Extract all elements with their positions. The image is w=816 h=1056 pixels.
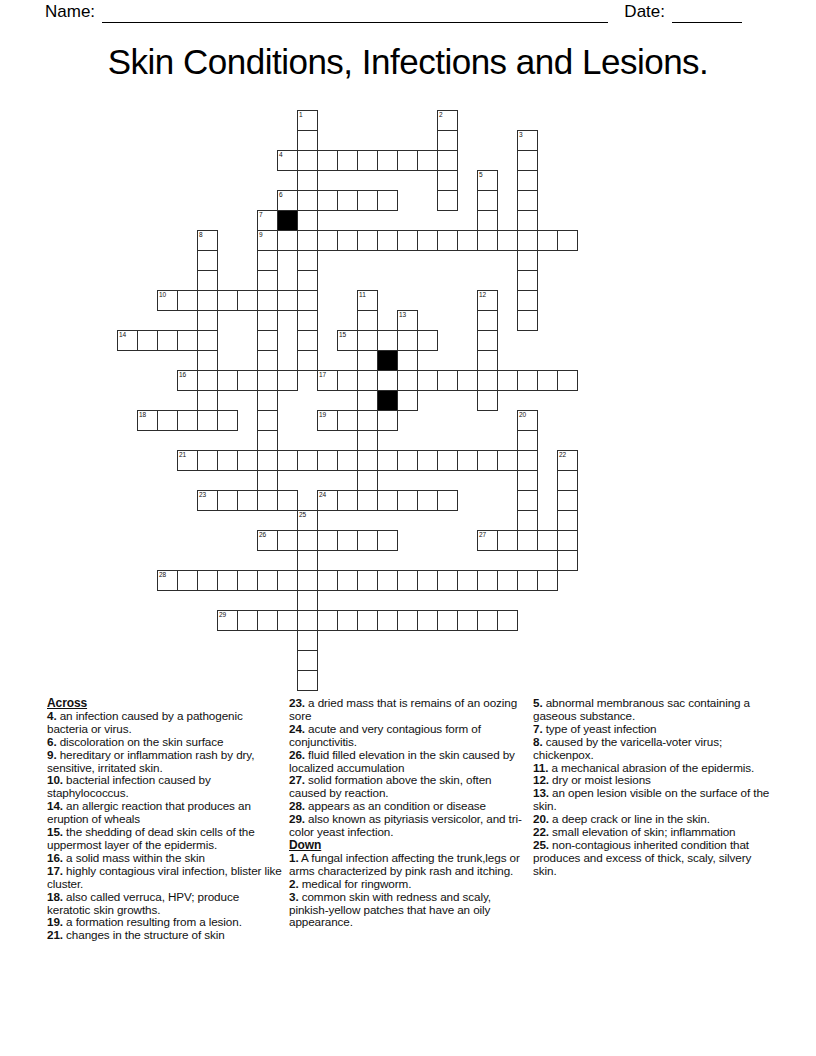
grid-cell-r13c20[interactable]: [517, 370, 538, 391]
clue-number-9: 9: [259, 231, 263, 238]
grid-cell-r24c9[interactable]: [297, 590, 318, 611]
grid-cell-r11c7[interactable]: [257, 330, 278, 351]
grid-cell-r25c10[interactable]: [317, 610, 338, 631]
grid-cell-r1c16[interactable]: [437, 130, 458, 151]
grid-cell-r17c11[interactable]: [337, 450, 358, 471]
grid-cell-r4c12[interactable]: [357, 190, 378, 211]
clue-across-16: 16. a solid mass within the skin: [47, 852, 285, 865]
grid-cell-r11c9[interactable]: [297, 330, 318, 351]
grid-cell-r19c10[interactable]: 24: [317, 490, 338, 511]
grid-cell-r12c14[interactable]: [397, 350, 418, 371]
grid-cell-r16c20[interactable]: [517, 430, 538, 451]
grid-cell-r0c16[interactable]: 2: [437, 110, 458, 131]
grid-cell-r15c7[interactable]: [257, 410, 278, 431]
grid-cell-r9c12[interactable]: 11: [357, 290, 378, 311]
grid-cell-r14c14[interactable]: [397, 390, 418, 411]
grid-cell-r25c6[interactable]: [237, 610, 258, 631]
grid-cell-r12c4[interactable]: [197, 350, 218, 371]
grid-cell-r19c13[interactable]: [377, 490, 398, 511]
down-header: Down: [289, 839, 527, 852]
grid-cell-r17c5[interactable]: [217, 450, 238, 471]
grid-cell-r5c18[interactable]: [477, 210, 498, 231]
grid-cell-r23c7[interactable]: [257, 570, 278, 591]
clue-number-14: 14: [119, 331, 126, 338]
grid-cell-r6c20[interactable]: [517, 230, 538, 251]
grid-cell-r2c13[interactable]: [377, 150, 398, 171]
grid-cell-r21c22[interactable]: [557, 530, 578, 551]
grid-cell-r17c12[interactable]: [357, 450, 378, 471]
grid-cell-r23c13[interactable]: [377, 570, 398, 591]
grid-cell-r11c0[interactable]: 14: [117, 330, 138, 351]
worksheet-header: Name: Date:: [45, 2, 742, 23]
grid-cell-r22c9[interactable]: [297, 550, 318, 571]
clue-number-4: 4: [279, 151, 283, 158]
grid-cell-r3c18[interactable]: 5: [477, 170, 498, 191]
grid-cell-r5c9[interactable]: [297, 210, 318, 231]
grid-cell-r15c13[interactable]: [377, 410, 398, 431]
clue-number-17: 17: [319, 371, 326, 378]
grid-cell-r23c6[interactable]: [237, 570, 258, 591]
grid-cell-r19c14[interactable]: [397, 490, 418, 511]
grid-cell-r6c11[interactable]: [337, 230, 358, 251]
grid-cell-r13c10[interactable]: 17: [317, 370, 338, 391]
grid-cell-r11c4[interactable]: [197, 330, 218, 351]
clue-across-21: 21. changes in the structure of skin: [47, 929, 285, 942]
grid-cell-r6c17[interactable]: [457, 230, 478, 251]
clue-down-3: 3. common skin with redness and scaly, p…: [289, 891, 527, 930]
grid-cell-r4c20[interactable]: [517, 190, 538, 211]
grid-cell-r6c22[interactable]: [557, 230, 578, 251]
clue-number-13: 13: [399, 311, 406, 318]
grid-cell-r10c12[interactable]: [357, 310, 378, 331]
grid-cell-r14c18[interactable]: [477, 390, 498, 411]
grid-cell-r19c4[interactable]: 23: [197, 490, 218, 511]
grid-cell-r13c22[interactable]: [557, 370, 578, 391]
grid-cell-r17c17[interactable]: [457, 450, 478, 471]
clue-number-1: 1: [299, 111, 303, 118]
clue-number-7: 7: [259, 211, 263, 218]
grid-cell-r21c9[interactable]: [297, 530, 318, 551]
grid-cell-r25c18[interactable]: [477, 610, 498, 631]
grid-cell-r20c9[interactable]: 25: [297, 510, 318, 531]
grid-cell-r17c22[interactable]: 22: [557, 450, 578, 471]
grid-cell-r13c3[interactable]: 16: [177, 370, 198, 391]
across-header: Across: [47, 697, 285, 710]
grid-cell-r11c14[interactable]: [397, 330, 418, 351]
grid-cell-r25c19[interactable]: [497, 610, 518, 631]
grid-cell-r15c4[interactable]: [197, 410, 218, 431]
grid-cell-r13c16[interactable]: [437, 370, 458, 391]
grid-cell-r17c18[interactable]: [477, 450, 498, 471]
grid-cell-r21c12[interactable]: [357, 530, 378, 551]
grid-cell-r25c16[interactable]: [437, 610, 458, 631]
grid-cell-r25c11[interactable]: [337, 610, 358, 631]
grid-cell-r11c12[interactable]: [357, 330, 378, 351]
clue-across-10: 10. bacterial infection caused by staphy…: [47, 774, 285, 800]
grid-cell-r25c14[interactable]: [397, 610, 418, 631]
grid-cell-r23c16[interactable]: [437, 570, 458, 591]
grid-cell-r8c4[interactable]: [197, 270, 218, 291]
clue-number-18: 18: [139, 411, 146, 418]
grid-cell-r6c14[interactable]: [397, 230, 418, 251]
grid-cell-r25c8[interactable]: [277, 610, 298, 631]
grid-cell-r17c6[interactable]: [237, 450, 258, 471]
grid-cell-r7c9[interactable]: [297, 250, 318, 271]
grid-cell-r19c20[interactable]: [517, 490, 538, 511]
grid-cell-r23c14[interactable]: [397, 570, 418, 591]
clue-across-23: 23. a dried mass that is remains of an o…: [289, 697, 527, 723]
grid-cell-r9c18[interactable]: 12: [477, 290, 498, 311]
grid-cell-r10c14[interactable]: 13: [397, 310, 418, 331]
grid-cell-r25c13[interactable]: [377, 610, 398, 631]
crossword-grid: 1234567891011121314151617181920212223242…: [117, 110, 577, 690]
grid-cell-r6c12[interactable]: [357, 230, 378, 251]
grid-cell-r19c6[interactable]: [237, 490, 258, 511]
grid-cell-r10c9[interactable]: [297, 310, 318, 331]
grid-cell-r22c22[interactable]: [557, 550, 578, 571]
grid-cell-r5c7[interactable]: 7: [257, 210, 278, 231]
grid-cell-r8c7[interactable]: [257, 270, 278, 291]
grid-cell-r17c9[interactable]: [297, 450, 318, 471]
grid-cell-r11c11[interactable]: 15: [337, 330, 358, 351]
grid-cell-r9c5[interactable]: [217, 290, 238, 311]
grid-cell-r19c11[interactable]: [337, 490, 358, 511]
grid-cell-r2c11[interactable]: [337, 150, 358, 171]
grid-cell-r23c2[interactable]: 28: [157, 570, 178, 591]
grid-cell-r8c20[interactable]: [517, 270, 538, 291]
grid-cell-r21c20[interactable]: [517, 530, 538, 551]
black-cell-r5c8: [277, 210, 298, 231]
grid-cell-r28c9[interactable]: [297, 670, 318, 691]
grid-cell-r2c8[interactable]: 4: [277, 150, 298, 171]
grid-cell-r18c20[interactable]: [517, 470, 538, 491]
grid-cell-r19c15[interactable]: [417, 490, 438, 511]
grid-cell-r15c1[interactable]: 18: [137, 410, 158, 431]
grid-cell-r21c7[interactable]: 26: [257, 530, 278, 551]
grid-cell-r6c19[interactable]: [497, 230, 518, 251]
clue-number-11: 11: [359, 291, 366, 298]
clue-number-27: 27: [479, 531, 486, 538]
clue-number-23: 23: [199, 491, 206, 498]
grid-cell-r9c6[interactable]: [237, 290, 258, 311]
clue-across-29: 29. also known as pityriasis versicolor,…: [289, 813, 527, 839]
grid-cell-r19c12[interactable]: [357, 490, 378, 511]
grid-cell-r25c5[interactable]: 29: [217, 610, 238, 631]
grid-cell-r8c9[interactable]: [297, 270, 318, 291]
grid-cell-r13c18[interactable]: [477, 370, 498, 391]
grid-cell-r10c18[interactable]: [477, 310, 498, 331]
clue-across-15: 15. the shedding of dead skin cells of t…: [47, 826, 285, 852]
worksheet-page: Name: Date: Skin Conditions, Infections …: [0, 0, 816, 1056]
clues-column-3: 5. abnormal membranous sac containing a …: [533, 697, 777, 878]
clue-number-28: 28: [159, 571, 166, 578]
grid-cell-r6c21[interactable]: [537, 230, 558, 251]
grid-cell-r18c7[interactable]: [257, 470, 278, 491]
clue-across-9: 9. hereditary or inflammation rash by dr…: [47, 749, 285, 775]
grid-cell-r19c22[interactable]: [557, 490, 578, 511]
clues-column-1: Across4. an infection caused by a pathog…: [47, 697, 285, 942]
grid-cell-r23c3[interactable]: [177, 570, 198, 591]
grid-cell-r17c10[interactable]: [317, 450, 338, 471]
grid-cell-r15c11[interactable]: [337, 410, 358, 431]
grid-cell-r6c7[interactable]: 9: [257, 230, 278, 251]
grid-cell-r26c9[interactable]: [297, 630, 318, 651]
grid-cell-r21c11[interactable]: [337, 530, 358, 551]
date-label: Date:: [624, 2, 665, 23]
clue-across-14: 14. an allergic reaction that produces a…: [47, 800, 285, 826]
clue-number-22: 22: [559, 451, 566, 458]
grid-cell-r11c18[interactable]: [477, 330, 498, 351]
grid-cell-r17c14[interactable]: [397, 450, 418, 471]
grid-cell-r4c11[interactable]: [337, 190, 358, 211]
clue-number-20: 20: [519, 411, 526, 418]
grid-cell-r21c19[interactable]: [497, 530, 518, 551]
grid-cell-r2c16[interactable]: [437, 150, 458, 171]
grid-cell-r13c21[interactable]: [537, 370, 558, 391]
clue-number-15: 15: [339, 331, 346, 338]
grid-cell-r15c2[interactable]: [157, 410, 178, 431]
grid-cell-r19c5[interactable]: [217, 490, 238, 511]
grid-cell-r13c5[interactable]: [217, 370, 238, 391]
clue-down-13: 13. an open lesion visible on the surfac…: [533, 787, 777, 813]
grid-cell-r9c20[interactable]: [517, 290, 538, 311]
grid-cell-r3c9[interactable]: [297, 170, 318, 191]
clue-down-2: 2. medical for ringworm.: [289, 878, 527, 891]
clue-number-8: 8: [199, 231, 203, 238]
grid-cell-r23c4[interactable]: [197, 570, 218, 591]
name-input-line[interactable]: [102, 7, 608, 23]
grid-cell-r23c8[interactable]: [277, 570, 298, 591]
date-input-line[interactable]: [672, 7, 742, 23]
clue-number-26: 26: [259, 531, 266, 538]
clue-down-7: 7. type of yeast infection: [533, 723, 777, 736]
grid-cell-r23c10[interactable]: [317, 570, 338, 591]
clue-number-24: 24: [319, 491, 326, 498]
clue-number-10: 10: [159, 291, 166, 298]
grid-cell-r9c4[interactable]: [197, 290, 218, 311]
grid-cell-r25c12[interactable]: [357, 610, 378, 631]
grid-cell-r25c9[interactable]: [297, 610, 318, 631]
grid-cell-r18c22[interactable]: [557, 470, 578, 491]
grid-cell-r21c18[interactable]: 27: [477, 530, 498, 551]
grid-cell-r17c4[interactable]: [197, 450, 218, 471]
grid-cell-r7c7[interactable]: [257, 250, 278, 271]
grid-cell-r15c10[interactable]: 19: [317, 410, 338, 431]
grid-cell-r13c4[interactable]: [197, 370, 218, 391]
grid-cell-r17c16[interactable]: [437, 450, 458, 471]
grid-cell-r7c4[interactable]: [197, 250, 218, 271]
grid-cell-r21c8[interactable]: [277, 530, 298, 551]
grid-cell-r15c20[interactable]: 20: [517, 410, 538, 431]
clue-number-6: 6: [279, 191, 283, 198]
grid-cell-r19c7[interactable]: [257, 490, 278, 511]
clue-down-5: 5. abnormal membranous sac containing a …: [533, 697, 777, 723]
clue-across-4: 4. an infection caused by a pathogenic b…: [47, 710, 285, 736]
grid-cell-r13c6[interactable]: [237, 370, 258, 391]
grid-cell-r21c21[interactable]: [537, 530, 558, 551]
grid-cell-r14c4[interactable]: [197, 390, 218, 411]
grid-cell-r4c16[interactable]: [437, 190, 458, 211]
grid-cell-r23c9[interactable]: [297, 570, 318, 591]
grid-cell-r12c9[interactable]: [297, 350, 318, 371]
grid-cell-r25c15[interactable]: [417, 610, 438, 631]
clue-number-29: 29: [219, 611, 226, 618]
grid-cell-r13c12[interactable]: [357, 370, 378, 391]
grid-cell-r17c19[interactable]: [497, 450, 518, 471]
clue-number-21: 21: [179, 451, 186, 458]
grid-cell-r10c20[interactable]: [517, 310, 538, 331]
clue-number-16: 16: [179, 371, 186, 378]
grid-cell-r1c9[interactable]: [297, 130, 318, 151]
grid-cell-r11c3[interactable]: [177, 330, 198, 351]
grid-cell-r6c15[interactable]: [417, 230, 438, 251]
grid-cell-r23c18[interactable]: [477, 570, 498, 591]
grid-cell-r3c16[interactable]: [437, 170, 458, 191]
black-cell-r12c13: [377, 350, 398, 371]
grid-cell-r17c3[interactable]: 21: [177, 450, 198, 471]
name-label: Name:: [45, 2, 95, 23]
grid-cell-r9c2[interactable]: 10: [157, 290, 178, 311]
grid-cell-r5c20[interactable]: [517, 210, 538, 231]
grid-cell-r6c10[interactable]: [317, 230, 338, 251]
grid-cell-r19c16[interactable]: [437, 490, 458, 511]
grid-cell-r6c13[interactable]: [377, 230, 398, 251]
clue-across-18: 18. also called verruca, HPV; produce ke…: [47, 891, 285, 917]
grid-cell-r9c9[interactable]: [297, 290, 318, 311]
grid-cell-r20c22[interactable]: [557, 510, 578, 531]
grid-cell-r16c7[interactable]: [257, 430, 278, 451]
grid-cell-r4c10[interactable]: [317, 190, 338, 211]
clue-across-6: 6. discoloration on the skin surface: [47, 736, 285, 749]
grid-cell-r17c7[interactable]: [257, 450, 278, 471]
grid-cell-r2c15[interactable]: [417, 150, 438, 171]
grid-cell-r17c13[interactable]: [377, 450, 398, 471]
grid-cell-r23c5[interactable]: [217, 570, 238, 591]
grid-cell-r15c12[interactable]: [357, 410, 378, 431]
grid-cell-r2c12[interactable]: [357, 150, 378, 171]
clue-number-3: 3: [519, 131, 523, 138]
grid-cell-r13c17[interactable]: [457, 370, 478, 391]
grid-cell-r13c11[interactable]: [337, 370, 358, 391]
grid-cell-r23c21[interactable]: [537, 570, 558, 591]
grid-cell-r13c8[interactable]: [277, 370, 298, 391]
grid-cell-r4c18[interactable]: [477, 190, 498, 211]
grid-cell-r25c17[interactable]: [457, 610, 478, 631]
grid-cell-r17c8[interactable]: [277, 450, 298, 471]
clue-number-2: 2: [439, 111, 443, 118]
clue-number-25: 25: [299, 511, 306, 518]
grid-cell-r23c17[interactable]: [457, 570, 478, 591]
grid-cell-r13c14[interactable]: [397, 370, 418, 391]
grid-cell-r1c20[interactable]: 3: [517, 130, 538, 151]
clue-across-17: 17. highly contagious viral infection, b…: [47, 865, 285, 891]
clues-column-2: 23. a dried mass that is remains of an o…: [289, 697, 527, 929]
grid-cell-r6c9[interactable]: [297, 230, 318, 251]
grid-cell-r2c9[interactable]: [297, 150, 318, 171]
grid-cell-r14c12[interactable]: [357, 390, 378, 411]
grid-cell-r11c15[interactable]: [417, 330, 438, 351]
grid-cell-r23c19[interactable]: [497, 570, 518, 591]
grid-cell-r23c12[interactable]: [357, 570, 378, 591]
grid-cell-r2c20[interactable]: [517, 150, 538, 171]
grid-cell-r3c20[interactable]: [517, 170, 538, 191]
grid-cell-r27c9[interactable]: [297, 650, 318, 671]
grid-cell-r6c18[interactable]: [477, 230, 498, 251]
grid-cell-r21c10[interactable]: [317, 530, 338, 551]
grid-cell-r2c10[interactable]: [317, 150, 338, 171]
grid-cell-r9c8[interactable]: [277, 290, 298, 311]
grid-cell-r12c7[interactable]: [257, 350, 278, 371]
grid-cell-r25c7[interactable]: [257, 610, 278, 631]
grid-cell-r4c8[interactable]: 6: [277, 190, 298, 211]
grid-cell-r13c7[interactable]: [257, 370, 278, 391]
grid-cell-r16c12[interactable]: [357, 430, 378, 451]
clue-down-25: 25. non-contagious inherited condition t…: [533, 839, 777, 878]
grid-cell-r19c8[interactable]: [277, 490, 298, 511]
clue-across-24: 24. acute and very contagious form of co…: [289, 723, 527, 749]
grid-cell-r11c13[interactable]: [377, 330, 398, 351]
clue-across-26: 26. fluid filled elevation in the skin c…: [289, 749, 527, 775]
grid-cell-r11c1[interactable]: [137, 330, 158, 351]
grid-cell-r13c15[interactable]: [417, 370, 438, 391]
clue-number-5: 5: [479, 171, 483, 178]
grid-cell-r20c20[interactable]: [517, 510, 538, 531]
grid-cell-r15c3[interactable]: [177, 410, 198, 431]
grid-cell-r14c7[interactable]: [257, 390, 278, 411]
grid-cell-r10c4[interactable]: [197, 310, 218, 331]
clue-number-19: 19: [319, 411, 326, 418]
grid-cell-r12c18[interactable]: [477, 350, 498, 371]
grid-cell-r2c14[interactable]: [397, 150, 418, 171]
grid-cell-r0c9[interactable]: 1: [297, 110, 318, 131]
clue-down-1: 1. A fungal infection affecting the trun…: [289, 852, 527, 878]
grid-cell-r23c20[interactable]: [517, 570, 538, 591]
grid-cell-r11c2[interactable]: [157, 330, 178, 351]
grid-cell-r10c7[interactable]: [257, 310, 278, 331]
grid-cell-r13c19[interactable]: [497, 370, 518, 391]
grid-cell-r23c15[interactable]: [417, 570, 438, 591]
clue-number-12: 12: [479, 291, 486, 298]
grid-cell-r6c4[interactable]: 8: [197, 230, 218, 251]
grid-cell-r17c20[interactable]: [517, 450, 538, 471]
grid-cell-r9c7[interactable]: [257, 290, 278, 311]
grid-cell-r7c20[interactable]: [517, 250, 538, 271]
grid-cell-r6c16[interactable]: [437, 230, 458, 251]
grid-cell-r6c8[interactable]: [277, 230, 298, 251]
black-cell-r14c13: [377, 390, 398, 411]
grid-cell-r17c15[interactable]: [417, 450, 438, 471]
grid-cell-r4c13[interactable]: [377, 190, 398, 211]
grid-cell-r9c3[interactable]: [177, 290, 198, 311]
clue-down-8: 8. caused by the varicella-voter virus; …: [533, 736, 777, 762]
grid-cell-r23c11[interactable]: [337, 570, 358, 591]
grid-cell-r12c12[interactable]: [357, 350, 378, 371]
grid-cell-r13c13[interactable]: [377, 370, 398, 391]
page-title: Skin Conditions, Infections and Lesions.: [0, 42, 816, 82]
grid-cell-r15c5[interactable]: [217, 410, 238, 431]
grid-cell-r18c12[interactable]: [357, 470, 378, 491]
grid-cell-r21c13[interactable]: [377, 530, 398, 551]
clue-across-27: 27. solid formation above the skin, ofte…: [289, 774, 527, 800]
grid-cell-r4c9[interactable]: [297, 190, 318, 211]
